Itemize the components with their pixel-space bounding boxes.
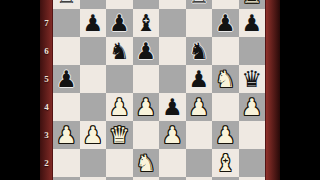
white-pawn-e3: ♟ bbox=[159, 121, 186, 149]
square-g3: ♟ bbox=[212, 121, 239, 149]
square-a1: ♜ bbox=[53, 177, 80, 180]
square-g4 bbox=[212, 93, 239, 121]
square-f1 bbox=[186, 177, 213, 180]
square-h3 bbox=[239, 121, 266, 149]
square-h4: ♟ bbox=[239, 93, 266, 121]
white-pawn-g3: ♟ bbox=[212, 121, 239, 149]
black-bishop-d7: ♝ bbox=[133, 9, 160, 37]
square-e1 bbox=[159, 177, 186, 180]
square-d5 bbox=[133, 65, 160, 93]
square-g7: ♟ bbox=[212, 9, 239, 37]
white-rook-d1: ♜ bbox=[133, 177, 160, 180]
square-d4: ♟ bbox=[133, 93, 160, 121]
square-d8 bbox=[133, 0, 160, 9]
white-king-g1: ♚ bbox=[212, 177, 239, 180]
square-e4: ♟ bbox=[159, 93, 186, 121]
square-c3: ♛ bbox=[106, 121, 133, 149]
white-pawn-f4: ♟ bbox=[186, 93, 213, 121]
black-pawn-g7: ♟ bbox=[212, 9, 239, 37]
square-e5 bbox=[159, 65, 186, 93]
square-g1: ♚ bbox=[212, 177, 239, 180]
white-rook-a1: ♜ bbox=[53, 177, 80, 180]
square-a2 bbox=[53, 149, 80, 177]
black-rook-f8: ♜ bbox=[186, 0, 213, 9]
video-frame: 765432 ♜♜♜♟♟♝♟♟♞♟♞♟♟♞♛♟♟♟♟♟♟♟♛♟♟♞♝♜♜♚ bbox=[0, 0, 320, 180]
square-e7 bbox=[159, 9, 186, 37]
white-pawn-c4: ♟ bbox=[106, 93, 133, 121]
square-h8: ♜ bbox=[239, 0, 266, 9]
black-pawn-c7: ♟ bbox=[106, 9, 133, 37]
square-f6: ♞ bbox=[186, 37, 213, 65]
rank-label-6: 6 bbox=[40, 45, 53, 57]
square-d3 bbox=[133, 121, 160, 149]
square-f2 bbox=[186, 149, 213, 177]
square-d6: ♟ bbox=[133, 37, 160, 65]
square-b6 bbox=[80, 37, 107, 65]
black-pawn-e4: ♟ bbox=[159, 93, 186, 121]
square-h7: ♟ bbox=[239, 9, 266, 37]
white-bishop-g2: ♝ bbox=[212, 149, 239, 177]
square-f3 bbox=[186, 121, 213, 149]
black-pawn-h7: ♟ bbox=[239, 9, 266, 37]
square-h1 bbox=[239, 177, 266, 180]
square-e2 bbox=[159, 149, 186, 177]
square-g6 bbox=[212, 37, 239, 65]
white-pawn-b3: ♟ bbox=[80, 121, 107, 149]
square-g5: ♞ bbox=[212, 65, 239, 93]
square-e6 bbox=[159, 37, 186, 65]
white-queen-c3: ♛ bbox=[106, 121, 133, 149]
square-g2: ♝ bbox=[212, 149, 239, 177]
letterbox-right bbox=[280, 0, 320, 180]
square-b4 bbox=[80, 93, 107, 121]
square-b1 bbox=[80, 177, 107, 180]
black-pawn-a5: ♟ bbox=[53, 65, 80, 93]
white-knight-g5: ♞ bbox=[212, 65, 239, 93]
square-d7: ♝ bbox=[133, 9, 160, 37]
square-a8: ♜ bbox=[53, 0, 80, 9]
black-pawn-b7: ♟ bbox=[80, 9, 107, 37]
white-pawn-d4: ♟ bbox=[133, 93, 160, 121]
rank-label-2: 2 bbox=[40, 157, 53, 169]
square-b5 bbox=[80, 65, 107, 93]
square-a7 bbox=[53, 9, 80, 37]
square-e8 bbox=[159, 0, 186, 9]
square-g8 bbox=[212, 0, 239, 9]
square-d2: ♞ bbox=[133, 149, 160, 177]
square-d1: ♜ bbox=[133, 177, 160, 180]
square-a4 bbox=[53, 93, 80, 121]
square-c2 bbox=[106, 149, 133, 177]
rank-label-3: 3 bbox=[40, 129, 53, 141]
square-f5: ♟ bbox=[186, 65, 213, 93]
square-f4: ♟ bbox=[186, 93, 213, 121]
square-a5: ♟ bbox=[53, 65, 80, 93]
square-b2 bbox=[80, 149, 107, 177]
square-c4: ♟ bbox=[106, 93, 133, 121]
white-knight-d2: ♞ bbox=[133, 149, 160, 177]
rank-label-4: 4 bbox=[40, 101, 53, 113]
white-rook-h8: ♜ bbox=[239, 0, 266, 9]
square-e3: ♟ bbox=[159, 121, 186, 149]
square-c6: ♞ bbox=[106, 37, 133, 65]
black-knight-c6: ♞ bbox=[106, 37, 133, 65]
white-pawn-a3: ♟ bbox=[53, 121, 80, 149]
rank-label-7: 7 bbox=[40, 17, 53, 29]
square-b7: ♟ bbox=[80, 9, 107, 37]
black-rook-a8: ♜ bbox=[53, 0, 80, 9]
chess-board: ♜♜♜♟♟♝♟♟♞♟♞♟♟♞♛♟♟♟♟♟♟♟♛♟♟♞♝♜♜♚ bbox=[53, 0, 265, 180]
square-c8 bbox=[106, 0, 133, 9]
rank-label-5: 5 bbox=[40, 73, 53, 85]
black-queen-h5: ♛ bbox=[239, 65, 266, 93]
letterbox-left bbox=[0, 0, 40, 180]
black-knight-f6: ♞ bbox=[186, 37, 213, 65]
white-pawn-h4: ♟ bbox=[239, 93, 266, 121]
square-b3: ♟ bbox=[80, 121, 107, 149]
square-h2 bbox=[239, 149, 266, 177]
square-c5 bbox=[106, 65, 133, 93]
board-frame: 765432 ♜♜♜♟♟♝♟♟♞♟♞♟♟♞♛♟♟♟♟♟♟♟♛♟♟♞♝♜♜♚ bbox=[40, 0, 280, 180]
square-f8: ♜ bbox=[186, 0, 213, 9]
square-c7: ♟ bbox=[106, 9, 133, 37]
black-pawn-f5: ♟ bbox=[186, 65, 213, 93]
black-pawn-d6: ♟ bbox=[133, 37, 160, 65]
square-h6 bbox=[239, 37, 266, 65]
square-f7 bbox=[186, 9, 213, 37]
square-a6 bbox=[53, 37, 80, 65]
square-h5: ♛ bbox=[239, 65, 266, 93]
square-c1 bbox=[106, 177, 133, 180]
square-b8 bbox=[80, 0, 107, 9]
square-a3: ♟ bbox=[53, 121, 80, 149]
